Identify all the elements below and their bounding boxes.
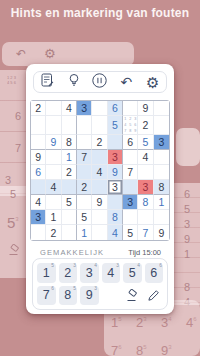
cell-r9c8[interactable]: 7	[138, 225, 153, 240]
numpad-key-9[interactable]: 93	[80, 286, 99, 306]
cell-r5c3[interactable]: 2	[62, 165, 77, 180]
sudoku-grid: 2436951234567892982653917346249742338459…	[30, 100, 170, 241]
numpad-key-7[interactable]: 76	[37, 286, 56, 306]
cell-r5c8[interactable]	[138, 165, 153, 180]
cell-r7c5[interactable]: 9	[92, 195, 107, 210]
cell-r6c9[interactable]: 8	[154, 180, 169, 195]
numpad-key-1[interactable]: 15	[37, 263, 56, 283]
cell-r6c7[interactable]	[123, 180, 138, 195]
cell-r4c7[interactable]	[123, 150, 138, 165]
lightbulb-icon	[68, 73, 80, 91]
cell-r8c9[interactable]	[154, 210, 169, 225]
cell-r7c3[interactable]: 5	[62, 195, 77, 210]
cell-r2c6[interactable]: 5	[108, 116, 123, 135]
cell-r1c2[interactable]	[46, 101, 61, 116]
background-digit: 8	[184, 281, 190, 293]
cell-r7c6[interactable]	[108, 195, 123, 210]
background-numpad-key: 46	[186, 312, 197, 330]
background-numpad-key: 76	[111, 340, 122, 356]
cell-r6c6[interactable]: 3	[108, 180, 123, 195]
cell-r3c5[interactable]: 2	[92, 135, 107, 150]
cell-r4c3[interactable]: 1	[62, 150, 77, 165]
cell-r7c9[interactable]: 1	[154, 195, 169, 210]
cell-r8c8[interactable]	[138, 210, 153, 225]
cell-r1c4[interactable]: 3	[77, 101, 92, 116]
cell-r5c5[interactable]: 4	[92, 165, 107, 180]
background-digit: 3	[184, 218, 190, 230]
background-numpad-key: 23	[136, 312, 147, 330]
background-digit: 9	[184, 233, 190, 245]
cell-r8c7[interactable]	[123, 210, 138, 225]
cell-r2c8[interactable]: 2	[138, 116, 153, 135]
cell-r3c1[interactable]	[31, 135, 46, 150]
cell-r3c7[interactable]: 6	[123, 135, 138, 150]
background-gear-icon: ⚙	[44, 45, 56, 62]
cell-r9c4[interactable]: 1	[77, 225, 92, 240]
cell-r6c2[interactable]: 4	[46, 180, 61, 195]
background-digit: 1	[184, 248, 190, 260]
numpad-key-5[interactable]: 54	[123, 263, 142, 283]
numpad-key-8[interactable]: 85	[59, 286, 78, 306]
page-title: Hints en markering van fouten	[0, 6, 200, 20]
cell-r3c8[interactable]: 5	[138, 135, 153, 150]
background-digit: 53	[7, 212, 19, 230]
cell-r9c1[interactable]	[31, 225, 46, 240]
cell-r2c4[interactable]	[77, 116, 92, 135]
background-left-pad: 553	[0, 186, 27, 278]
cell-r8c4[interactable]: 5	[77, 210, 92, 225]
cell-r3c4[interactable]	[77, 135, 92, 150]
hint-button[interactable]	[65, 73, 83, 91]
numpad-key-6[interactable]: 66	[145, 263, 164, 283]
cell-r4c5[interactable]	[92, 150, 107, 165]
cell-r2c7[interactable]: 123456789	[123, 116, 138, 135]
background-numpad-key: 34	[161, 312, 172, 330]
cell-r5c7[interactable]: 7	[123, 165, 138, 180]
cell-r3c6[interactable]	[108, 135, 123, 150]
pencil-icon	[147, 289, 160, 302]
cell-r9c6[interactable]: 4	[108, 225, 123, 240]
cell-r5c9[interactable]	[154, 165, 169, 180]
cell-r7c8[interactable]: 8	[138, 195, 153, 210]
eraser-icon	[125, 289, 139, 302]
eraser-button[interactable]	[123, 286, 142, 306]
background-left-grid: 1 2 3 4 5 6 673	[0, 70, 29, 196]
cell-r1c7[interactable]	[123, 101, 138, 116]
background-numpad-key: 15	[111, 312, 122, 330]
numpad-key-3[interactable]: 34	[80, 263, 99, 283]
pencil-button[interactable]	[145, 286, 164, 306]
cell-r9c9[interactable]: 9	[154, 225, 169, 240]
background-numpad-key: 85	[136, 340, 147, 356]
cell-r1c8[interactable]: 9	[138, 101, 153, 116]
cell-r1c6[interactable]: 6	[108, 101, 123, 116]
cell-r9c7[interactable]: 5	[123, 225, 138, 240]
cell-r4c9[interactable]	[154, 150, 169, 165]
sudoku-card: ↶ ⚙ 243695123456789298265391734624974233…	[26, 64, 174, 314]
cell-r3c2[interactable]: 9	[46, 135, 61, 150]
background-digit: 7	[15, 142, 21, 154]
cell-r4c4[interactable]: 7	[77, 150, 92, 165]
cell-r8c5[interactable]	[92, 210, 107, 225]
difficulty-label: GEMAKKELIJK	[40, 248, 104, 257]
cell-r6c3[interactable]	[62, 180, 77, 195]
cell-r2c5[interactable]	[92, 116, 107, 135]
sudoku-app-screen: Hints en markering van fouten ↶ ⚙ 1 2 3 …	[0, 0, 200, 356]
cell-r9c2[interactable]: 2	[46, 225, 61, 240]
cell-r2c2[interactable]	[46, 116, 61, 135]
undo-icon: ↶	[120, 75, 132, 89]
cell-r9c3[interactable]	[62, 225, 77, 240]
gear-icon: ⚙	[146, 75, 159, 90]
cell-r6c1[interactable]	[31, 180, 46, 195]
cell-r5c1[interactable]: 6	[31, 165, 46, 180]
cell-r5c4[interactable]	[77, 165, 92, 180]
cell-r4c8[interactable]: 4	[138, 150, 153, 165]
cell-r4c2[interactable]	[46, 150, 61, 165]
cell-r1c1[interactable]: 2	[31, 101, 46, 116]
background-digit: 5	[10, 188, 16, 200]
cell-r8c3[interactable]	[62, 210, 77, 225]
cell-r7c4[interactable]	[77, 195, 92, 210]
cell-r8c1[interactable]: 3	[31, 210, 46, 225]
numpad-spacer	[102, 286, 121, 306]
cell-r2c1[interactable]	[31, 116, 46, 135]
background-right-grid: 6539184	[173, 183, 200, 305]
cell-r1c3[interactable]: 4	[62, 101, 77, 116]
cell-r3c9[interactable]: 3	[154, 135, 169, 150]
cell-r8c2[interactable]: 1	[46, 210, 61, 225]
cell-r5c2[interactable]	[46, 165, 61, 180]
cell-r9c5[interactable]	[92, 225, 107, 240]
pencil-notes: 123456789	[123, 116, 137, 134]
background-numpad-key: 93	[161, 340, 172, 356]
cell-r7c7[interactable]: 3	[123, 195, 138, 210]
cell-r1c5[interactable]	[92, 101, 107, 116]
background-digit: 3	[5, 174, 11, 186]
numpad: 152334435466768593	[32, 258, 168, 310]
cell-r7c2[interactable]	[46, 195, 61, 210]
background-toolbar: ↶ ⚙	[2, 42, 134, 66]
background-digit: 6	[15, 110, 21, 122]
background-eraser-icon	[7, 244, 21, 256]
numpad-key-2[interactable]: 23	[59, 263, 78, 283]
undo-button[interactable]: ↶	[117, 73, 135, 91]
cell-r8c6[interactable]: 8	[108, 210, 123, 225]
settings-button[interactable]: ⚙	[144, 73, 162, 91]
notes-button[interactable]	[38, 73, 56, 91]
background-digit: 5	[184, 203, 190, 215]
cell-r4c6[interactable]: 3	[108, 150, 123, 165]
cell-r6c4[interactable]: 2	[77, 180, 92, 195]
notes-icon	[41, 73, 54, 91]
cell-r6c8[interactable]: 3	[138, 180, 153, 195]
background-digit: 6	[184, 188, 190, 200]
cell-r1c9[interactable]	[154, 101, 169, 116]
cell-r5c6[interactable]: 9	[108, 165, 123, 180]
cell-r3c3[interactable]: 8	[62, 135, 77, 150]
background-pencil-notes: 1 2 3 4 5 6	[7, 75, 16, 85]
background-right-card	[176, 128, 200, 166]
cell-r4c1[interactable]: 9	[31, 150, 46, 165]
cell-r2c3[interactable]	[62, 116, 77, 135]
timer-label: Tijd 15:00	[128, 248, 161, 257]
cell-r2c9[interactable]	[154, 116, 169, 135]
numpad-key-4[interactable]: 43	[102, 263, 121, 283]
toolbar: ↶ ⚙	[33, 71, 167, 93]
cell-r6c5[interactable]	[92, 180, 107, 195]
background-undo-icon: ↶	[16, 46, 26, 62]
pause-icon	[92, 73, 107, 92]
pause-button[interactable]	[91, 73, 109, 91]
cell-r7c1[interactable]: 4	[31, 195, 46, 210]
